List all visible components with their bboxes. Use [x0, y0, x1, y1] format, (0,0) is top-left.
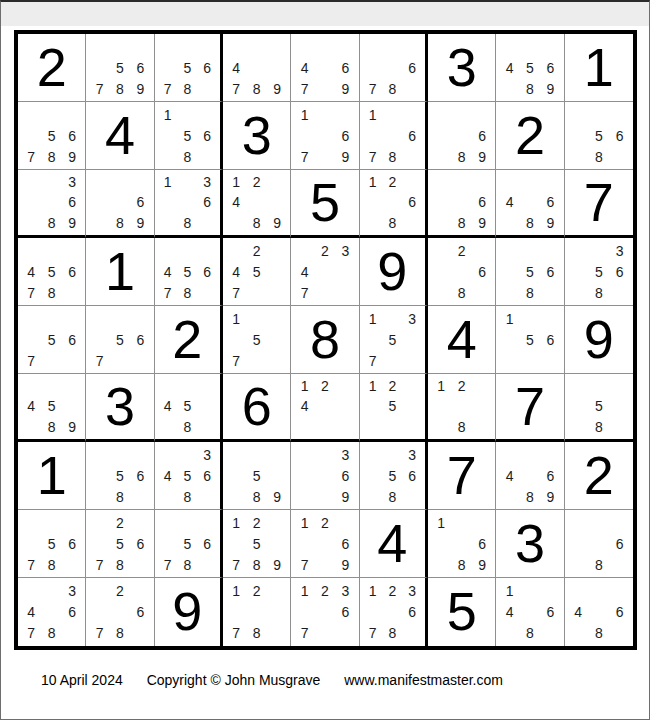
candidate-digit: [568, 580, 589, 601]
candidate-digit: 8: [451, 282, 471, 303]
cell-r2c6[interactable]: 1678: [360, 102, 428, 170]
candidate-grid: 12679: [294, 512, 355, 575]
cell-r9c7[interactable]: 5: [428, 578, 496, 646]
candidate-digit: 7: [294, 554, 314, 575]
candidate-digit: [89, 444, 109, 465]
cell-r6c5[interactable]: 124: [291, 374, 359, 442]
cell-r1c5[interactable]: 4679: [291, 34, 359, 102]
candidate-digit: [431, 104, 451, 125]
candidate-digit: 6: [335, 57, 355, 78]
candidate-grid: 2347: [294, 240, 355, 303]
candidate-grid: 125: [363, 376, 422, 437]
candidate-digit: [315, 417, 335, 437]
candidate-grid: 589: [226, 444, 287, 507]
candidate-digit: [158, 192, 178, 212]
cell-r9c6[interactable]: 123678: [360, 578, 428, 646]
candidate-grid: 56789: [21, 104, 82, 167]
candidate-digit: [382, 417, 402, 437]
cell-r2c5[interactable]: 1679: [291, 102, 359, 170]
big-digit: 1: [584, 40, 614, 94]
candidate-digit: [267, 57, 287, 78]
candidate-digit: 8: [588, 554, 609, 575]
candidate-digit: 9: [130, 213, 150, 233]
candidate-digit: 8: [246, 623, 266, 644]
candidate-digit: 7: [226, 282, 246, 303]
candidate-digit: 5: [177, 533, 197, 554]
candidate-digit: [158, 146, 178, 167]
big-digit: 1: [37, 448, 67, 502]
candidate-digit: [335, 623, 355, 644]
cell-r4c1[interactable]: 45678: [18, 238, 86, 306]
cell-r3c5[interactable]: 5: [291, 170, 359, 238]
cell-r9c2[interactable]: 2678: [86, 578, 154, 646]
candidate-digit: 5: [520, 329, 540, 350]
big-digit: 9: [584, 312, 614, 366]
candidate-digit: 4: [568, 601, 589, 622]
candidate-digit: 5: [177, 57, 197, 78]
candidate-digit: 8: [41, 213, 61, 233]
candidate-digit: [158, 417, 178, 437]
candidate-digit: [402, 623, 422, 644]
cell-r1c9[interactable]: 1: [565, 34, 633, 102]
cell-r4c5[interactable]: 2347: [291, 238, 359, 306]
candidate-digit: [499, 329, 519, 350]
cell-r5c1[interactable]: 567: [18, 306, 86, 374]
candidate-digit: 6: [335, 465, 355, 486]
candidate-digit: [197, 396, 217, 416]
cell-r6c6[interactable]: 125: [360, 374, 428, 442]
candidate-grid: 2678: [89, 580, 150, 644]
candidate-digit: 6: [402, 465, 422, 486]
candidate-digit: [294, 125, 314, 146]
cell-r9c5[interactable]: 12367: [291, 578, 359, 646]
candidate-digit: [402, 486, 422, 507]
candidate-grid: 4589: [21, 376, 82, 437]
candidate-digit: [197, 240, 217, 261]
cell-r7c9[interactable]: 2: [565, 442, 633, 510]
cell-r2c3[interactable]: 1568: [155, 102, 223, 170]
candidate-digit: [89, 329, 109, 350]
big-digit: 9: [172, 584, 202, 638]
cell-r1c6[interactable]: 678: [360, 34, 428, 102]
candidate-digit: [520, 601, 540, 622]
candidate-digit: 9: [267, 213, 287, 233]
candidate-digit: 8: [177, 282, 197, 303]
candidate-digit: [315, 486, 335, 507]
big-digit: 4: [377, 516, 407, 570]
candidate-digit: [110, 444, 130, 465]
candidate-digit: [335, 261, 355, 282]
candidate-grid: 268: [431, 240, 492, 303]
candidate-digit: [226, 465, 246, 486]
candidate-digit: 1: [363, 580, 383, 601]
cell-r7c8[interactable]: 4689: [496, 442, 564, 510]
candidate-digit: 8: [177, 486, 197, 507]
cell-r6c1[interactable]: 4589: [18, 374, 86, 442]
candidate-digit: [62, 512, 82, 533]
candidate-digit: 1: [363, 308, 383, 329]
cell-r5c6[interactable]: 1357: [360, 306, 428, 374]
candidate-digit: [363, 417, 383, 437]
candidate-digit: 7: [363, 146, 383, 167]
candidate-digit: [588, 533, 609, 554]
cell-r7c6[interactable]: 3568: [360, 442, 428, 510]
candidate-digit: 7: [89, 78, 109, 99]
cell-r9c3[interactable]: 9: [155, 578, 223, 646]
candidate-digit: 5: [41, 261, 61, 282]
candidate-digit: [520, 240, 540, 261]
candidate-digit: [267, 601, 287, 622]
candidate-digit: [540, 36, 560, 57]
cell-r4c8[interactable]: 568: [496, 238, 564, 306]
candidate-digit: [540, 580, 560, 601]
candidate-digit: [177, 240, 197, 261]
candidate-digit: [294, 417, 314, 437]
candidate-digit: 2: [382, 172, 402, 192]
cell-r5c9[interactable]: 9: [565, 306, 633, 374]
candidate-digit: 5: [246, 261, 266, 282]
cell-r2c7[interactable]: 689: [428, 102, 496, 170]
candidate-digit: 7: [21, 623, 41, 644]
cell-r1c8[interactable]: 45689: [496, 34, 564, 102]
candidate-digit: [226, 486, 246, 507]
candidate-digit: [89, 512, 109, 533]
candidate-digit: 6: [130, 192, 150, 212]
candidate-digit: 7: [89, 350, 109, 371]
candidate-digit: 8: [41, 623, 61, 644]
candidate-digit: 7: [21, 146, 41, 167]
cell-r8c7[interactable]: 1689: [428, 510, 496, 578]
cell-r9c4[interactable]: 1278: [223, 578, 291, 646]
candidate-digit: [267, 350, 287, 371]
cell-r8c5[interactable]: 12679: [291, 510, 359, 578]
candidate-digit: [267, 329, 287, 350]
candidate-digit: [246, 282, 266, 303]
cell-r6c4[interactable]: 6: [223, 374, 291, 442]
candidate-grid: 1357: [363, 308, 422, 371]
cell-r2c8[interactable]: 2: [496, 102, 564, 170]
cell-r2c2[interactable]: 4: [86, 102, 154, 170]
candidate-digit: [130, 36, 150, 57]
candidate-digit: 6: [62, 192, 82, 212]
cell-r7c5[interactable]: 369: [291, 442, 359, 510]
cell-r2c4[interactable]: 3: [223, 102, 291, 170]
candidate-digit: [568, 417, 589, 437]
candidate-digit: [21, 308, 41, 329]
cell-r2c1[interactable]: 56789: [18, 102, 86, 170]
candidate-digit: 7: [158, 554, 178, 575]
candidate-grid: 568: [499, 240, 560, 303]
candidate-digit: 7: [363, 78, 383, 99]
candidate-digit: [520, 444, 540, 465]
candidate-digit: 9: [62, 146, 82, 167]
candidate-digit: [21, 417, 41, 437]
candidate-digit: 8: [382, 486, 402, 507]
candidate-digit: [41, 512, 61, 533]
candidate-digit: [540, 172, 560, 192]
cell-r5c7[interactable]: 4: [428, 306, 496, 374]
cell-r5c4[interactable]: 157: [223, 306, 291, 374]
candidate-digit: [431, 554, 451, 575]
cell-r6c3[interactable]: 458: [155, 374, 223, 442]
big-digit: 2: [172, 312, 202, 366]
cell-r8c6[interactable]: 4: [360, 510, 428, 578]
candidate-digit: 8: [451, 146, 471, 167]
candidate-digit: [158, 376, 178, 396]
candidate-digit: [267, 444, 287, 465]
candidate-digit: [315, 282, 335, 303]
cell-r5c3[interactable]: 2: [155, 306, 223, 374]
candidate-digit: [130, 580, 150, 601]
candidate-digit: [540, 308, 560, 329]
cell-r4c4[interactable]: 2457: [223, 238, 291, 306]
candidate-digit: 5: [177, 261, 197, 282]
cell-r4c6[interactable]: 9: [360, 238, 428, 306]
candidate-digit: [568, 554, 589, 575]
candidate-digit: [177, 172, 197, 192]
candidate-digit: 8: [382, 623, 402, 644]
cell-r4c9[interactable]: 3568: [565, 238, 633, 306]
candidate-grid: 2457: [226, 240, 287, 303]
candidate-digit: [520, 350, 540, 371]
candidate-digit: [588, 512, 609, 533]
candidate-digit: [540, 240, 560, 261]
candidate-digit: [294, 465, 314, 486]
candidate-grid: 1678: [363, 104, 422, 167]
cell-r8c2[interactable]: 25678: [86, 510, 154, 578]
cell-r7c2[interactable]: 568: [86, 442, 154, 510]
big-digit: 8: [310, 312, 340, 366]
candidate-digit: [158, 486, 178, 507]
candidate-digit: 4: [21, 396, 41, 416]
candidate-digit: [294, 486, 314, 507]
candidate-digit: [177, 376, 197, 396]
candidate-digit: [21, 172, 41, 192]
cell-r8c1[interactable]: 5678: [18, 510, 86, 578]
candidate-digit: [382, 36, 402, 57]
candidate-digit: [472, 396, 492, 416]
candidate-digit: 8: [382, 146, 402, 167]
candidate-digit: 8: [41, 282, 61, 303]
cell-r3c1[interactable]: 3689: [18, 170, 86, 238]
candidate-digit: [62, 554, 82, 575]
cell-r3c7[interactable]: 689: [428, 170, 496, 238]
candidate-digit: [451, 192, 471, 212]
candidate-digit: 6: [130, 533, 150, 554]
candidate-digit: 8: [451, 213, 471, 233]
cell-r1c7[interactable]: 3: [428, 34, 496, 102]
cell-r3c2[interactable]: 689: [86, 170, 154, 238]
candidate-digit: [267, 261, 287, 282]
candidate-digit: [499, 282, 519, 303]
cell-r7c7[interactable]: 7: [428, 442, 496, 510]
cell-r1c2[interactable]: 56789: [86, 34, 154, 102]
candidate-digit: [177, 104, 197, 125]
candidate-digit: [402, 172, 422, 192]
candidate-grid: 56789: [89, 36, 150, 99]
candidate-digit: [609, 417, 630, 437]
candidate-digit: [21, 329, 41, 350]
candidate-digit: 7: [89, 623, 109, 644]
candidate-digit: 3: [609, 240, 630, 261]
cell-r4c7[interactable]: 268: [428, 238, 496, 306]
candidate-digit: [472, 104, 492, 125]
candidate-digit: [315, 444, 335, 465]
cell-r3c8[interactable]: 4689: [496, 170, 564, 238]
candidate-digit: [568, 240, 589, 261]
cell-r9c9[interactable]: 468: [565, 578, 633, 646]
cell-r8c3[interactable]: 5678: [155, 510, 223, 578]
candidate-digit: 2: [315, 580, 335, 601]
cell-r7c1[interactable]: 1: [18, 442, 86, 510]
candidate-digit: 8: [451, 417, 471, 437]
candidate-digit: 2: [382, 376, 402, 396]
candidate-digit: 9: [267, 554, 287, 575]
cell-r6c8[interactable]: 7: [496, 374, 564, 442]
big-digit: 4: [105, 108, 135, 162]
candidate-digit: [363, 329, 383, 350]
cell-r8c8[interactable]: 3: [496, 510, 564, 578]
candidate-digit: [267, 172, 287, 192]
candidate-grid: 568: [568, 104, 630, 167]
candidate-digit: [41, 350, 61, 371]
candidate-digit: [89, 580, 109, 601]
candidate-digit: [588, 601, 609, 622]
candidate-digit: [197, 512, 217, 533]
big-digit: 1: [105, 244, 135, 298]
candidate-digit: [177, 512, 197, 533]
cell-r8c9[interactable]: 68: [565, 510, 633, 578]
cell-r8c4[interactable]: 125789: [223, 510, 291, 578]
candidate-digit: 5: [246, 329, 266, 350]
candidate-digit: [382, 57, 402, 78]
candidate-digit: [89, 36, 109, 57]
candidate-digit: 4: [158, 396, 178, 416]
candidate-digit: 6: [609, 601, 630, 622]
cell-r4c3[interactable]: 45678: [155, 238, 223, 306]
candidate-digit: [499, 623, 519, 644]
candidate-digit: [588, 580, 609, 601]
candidate-digit: [21, 240, 41, 261]
candidate-digit: 7: [226, 350, 246, 371]
candidate-digit: [402, 329, 422, 350]
candidate-digit: 5: [520, 261, 540, 282]
candidate-digit: 8: [520, 282, 540, 303]
candidate-digit: 8: [588, 146, 609, 167]
candidate-digit: 8: [177, 146, 197, 167]
candidate-digit: 2: [246, 580, 266, 601]
candidate-digit: [226, 601, 246, 622]
cell-r3c4[interactable]: 12489: [223, 170, 291, 238]
candidate-grid: 1368: [158, 172, 217, 233]
candidate-digit: 1: [226, 580, 246, 601]
cell-r1c1[interactable]: 2: [18, 34, 86, 102]
candidate-digit: [89, 308, 109, 329]
candidate-digit: [431, 417, 451, 437]
candidate-digit: 6: [62, 125, 82, 146]
candidate-digit: 8: [110, 554, 130, 575]
candidate-digit: 4: [21, 601, 41, 622]
cell-r6c7[interactable]: 128: [428, 374, 496, 442]
candidate-digit: 8: [41, 146, 61, 167]
cell-r7c3[interactable]: 34568: [155, 442, 223, 510]
candidate-digit: [267, 308, 287, 329]
cell-r3c3[interactable]: 1368: [155, 170, 223, 238]
candidate-digit: [197, 36, 217, 57]
candidate-digit: [335, 376, 355, 396]
candidate-grid: 1268: [363, 172, 422, 233]
candidate-digit: [609, 580, 630, 601]
candidate-digit: [226, 444, 246, 465]
footer-date: 10 April 2024: [41, 672, 123, 688]
cell-r7c4[interactable]: 589: [223, 442, 291, 510]
candidate-digit: 2: [246, 240, 266, 261]
cell-r5c2[interactable]: 567: [86, 306, 154, 374]
candidate-digit: 1: [294, 376, 314, 396]
candidate-digit: [130, 512, 150, 533]
candidate-digit: [294, 240, 314, 261]
candidate-digit: [402, 78, 422, 99]
candidate-digit: 6: [609, 533, 630, 554]
candidate-digit: [402, 350, 422, 371]
candidate-digit: 9: [472, 554, 492, 575]
candidate-grid: 12367: [294, 580, 355, 644]
candidate-digit: [335, 512, 355, 533]
cell-r4c2[interactable]: 1: [86, 238, 154, 306]
candidate-digit: [294, 601, 314, 622]
candidate-grid: 5678: [21, 512, 82, 575]
cell-r3c6[interactable]: 1268: [360, 170, 428, 238]
candidate-grid: 45678: [158, 240, 217, 303]
candidate-grid: 45678: [21, 240, 82, 303]
candidate-digit: [315, 104, 335, 125]
cell-r9c8[interactable]: 1468: [496, 578, 564, 646]
cell-r1c4[interactable]: 4789: [223, 34, 291, 102]
candidate-digit: [130, 350, 150, 371]
cell-r3c9[interactable]: 7: [565, 170, 633, 238]
candidate-digit: [315, 554, 335, 575]
candidate-digit: [472, 240, 492, 261]
candidate-grid: 1278: [226, 580, 287, 644]
cell-r2c9[interactable]: 568: [565, 102, 633, 170]
candidate-digit: [315, 36, 335, 57]
footer-website-link[interactable]: www.manifestmaster.com: [344, 672, 503, 688]
cell-r1c3[interactable]: 5678: [155, 34, 223, 102]
candidate-digit: 5: [246, 465, 266, 486]
cell-r9c1[interactable]: 34678: [18, 578, 86, 646]
candidate-grid: 128: [431, 376, 492, 437]
candidate-digit: [130, 444, 150, 465]
candidate-digit: 8: [520, 78, 540, 99]
cell-r5c8[interactable]: 156: [496, 306, 564, 374]
candidate-digit: 3: [62, 172, 82, 192]
candidate-digit: 2: [451, 376, 471, 396]
candidate-grid: 568: [89, 444, 150, 507]
candidate-digit: [588, 240, 609, 261]
candidate-grid: 567: [89, 308, 150, 371]
candidate-digit: [363, 601, 383, 622]
cell-r6c2[interactable]: 3: [86, 374, 154, 442]
candidate-digit: [402, 213, 422, 233]
cell-r5c5[interactable]: 8: [291, 306, 359, 374]
cell-r6c9[interactable]: 58: [565, 374, 633, 442]
candidate-digit: [499, 36, 519, 57]
candidate-grid: 156: [499, 308, 560, 371]
candidate-digit: [499, 444, 519, 465]
candidate-digit: [402, 376, 422, 396]
candidate-digit: [246, 444, 266, 465]
candidate-grid: 458: [158, 376, 217, 437]
